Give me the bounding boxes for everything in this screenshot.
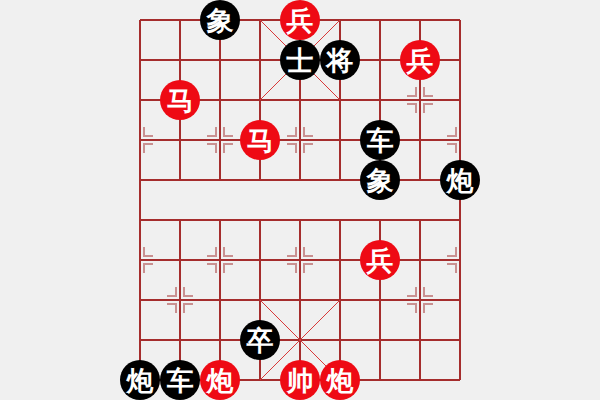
piece-black-chariot[interactable]: 车 [160,360,200,400]
point-marker [144,264,153,273]
point-marker [447,247,456,256]
piece-red-horse[interactable]: 马 [160,80,200,120]
point-marker [304,264,313,273]
point-marker [304,144,313,153]
point-marker [224,144,233,153]
point-marker [424,304,433,313]
piece-black-general[interactable]: 将 [320,40,360,80]
piece-black-soldier[interactable]: 卒 [240,320,280,360]
point-marker [167,304,176,313]
point-marker [447,264,456,273]
point-marker [287,247,296,256]
point-marker [184,287,193,296]
point-marker [287,144,296,153]
point-marker [424,104,433,113]
point-marker [447,127,456,136]
point-marker [224,247,233,256]
point-marker [144,144,153,153]
point-marker [424,287,433,296]
point-marker [407,87,416,96]
piece-red-cannon[interactable]: 炮 [200,360,240,400]
point-marker [224,264,233,273]
piece-red-soldier[interactable]: 兵 [360,240,400,280]
point-marker [144,127,153,136]
point-marker [207,264,216,273]
point-marker [207,247,216,256]
point-marker [144,247,153,256]
point-marker [447,144,456,153]
point-marker [287,127,296,136]
point-marker [407,104,416,113]
piece-black-elephant[interactable]: 象 [360,160,400,200]
point-marker [304,247,313,256]
point-marker [184,304,193,313]
piece-red-general[interactable]: 帅 [280,360,320,400]
point-marker [167,287,176,296]
piece-black-chariot[interactable]: 车 [360,120,400,160]
piece-red-soldier[interactable]: 兵 [400,40,440,80]
point-marker [207,144,216,153]
piece-red-cannon[interactable]: 炮 [320,360,360,400]
point-marker [407,304,416,313]
point-marker [207,127,216,136]
board-canvas: 象兵士将兵马马车象炮兵卒炮车炮帅炮 [0,0,600,400]
point-marker [424,87,433,96]
piece-red-horse[interactable]: 马 [240,120,280,160]
piece-black-elephant[interactable]: 象 [200,0,240,40]
piece-red-soldier[interactable]: 兵 [280,0,320,40]
xiangqi-board: 象兵士将兵马马车象炮兵卒炮车炮帅炮 [0,0,600,400]
piece-black-advisor[interactable]: 士 [280,40,320,80]
piece-black-cannon[interactable]: 炮 [120,360,160,400]
piece-black-cannon[interactable]: 炮 [440,160,480,200]
point-marker [224,127,233,136]
point-marker [304,127,313,136]
point-marker [407,287,416,296]
point-marker [287,264,296,273]
